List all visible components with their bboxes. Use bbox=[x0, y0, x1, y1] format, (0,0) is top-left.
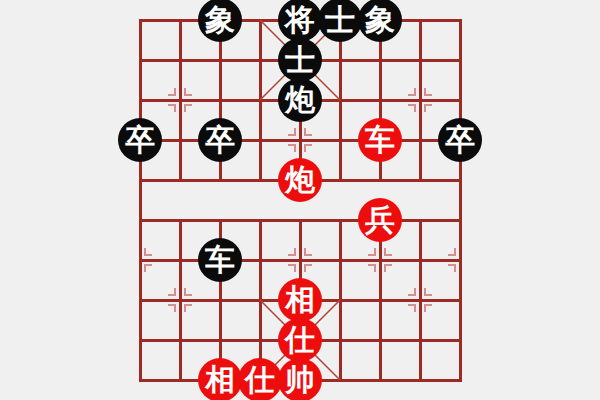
black-elephant-2[interactable]: 象 bbox=[358, 0, 402, 42]
black-chariot[interactable]: 车 bbox=[198, 238, 242, 282]
point-marker bbox=[368, 248, 376, 256]
point-marker bbox=[168, 104, 176, 112]
red-advisor-2[interactable]: 仕 bbox=[238, 358, 282, 400]
point-marker bbox=[424, 104, 432, 112]
point-marker bbox=[368, 264, 376, 272]
point-marker bbox=[448, 264, 456, 272]
point-marker bbox=[168, 304, 176, 312]
black-advisor-1[interactable]: 士 bbox=[318, 0, 362, 42]
red-cannon[interactable]: 炮 bbox=[278, 158, 322, 202]
point-marker bbox=[144, 264, 152, 272]
point-marker bbox=[408, 304, 416, 312]
red-general[interactable]: 帅 bbox=[278, 358, 322, 400]
black-elephant-1[interactable]: 象 bbox=[198, 0, 242, 42]
point-marker bbox=[408, 88, 416, 96]
black-general[interactable]: 将 bbox=[278, 0, 322, 42]
point-marker bbox=[144, 248, 152, 256]
point-marker bbox=[384, 264, 392, 272]
xiangqi-screen: 象将士象士炮卒卒车卒炮兵车相仕相仕帅 bbox=[0, 0, 600, 400]
point-marker bbox=[408, 104, 416, 112]
point-marker bbox=[424, 304, 432, 312]
point-marker bbox=[184, 288, 192, 296]
point-marker bbox=[408, 288, 416, 296]
point-marker bbox=[288, 264, 296, 272]
black-soldier-3[interactable]: 卒 bbox=[438, 118, 482, 162]
black-soldier-2[interactable]: 卒 bbox=[198, 118, 242, 162]
point-marker bbox=[448, 248, 456, 256]
black-cannon[interactable]: 炮 bbox=[278, 78, 322, 122]
red-chariot[interactable]: 车 bbox=[358, 118, 402, 162]
point-marker bbox=[424, 88, 432, 96]
point-marker bbox=[288, 144, 296, 152]
point-marker bbox=[288, 128, 296, 136]
point-marker bbox=[304, 264, 312, 272]
point-marker bbox=[288, 248, 296, 256]
point-marker bbox=[184, 88, 192, 96]
red-advisor-1[interactable]: 仕 bbox=[278, 318, 322, 362]
point-marker bbox=[184, 304, 192, 312]
point-marker bbox=[304, 144, 312, 152]
point-marker bbox=[304, 248, 312, 256]
point-marker bbox=[168, 288, 176, 296]
point-marker bbox=[384, 248, 392, 256]
red-elephant-1[interactable]: 相 bbox=[278, 278, 322, 322]
xiangqi-board[interactable]: 象将士象士炮卒卒车卒炮兵车相仕相仕帅 bbox=[140, 20, 460, 380]
black-soldier-1[interactable]: 卒 bbox=[118, 118, 162, 162]
point-marker bbox=[168, 88, 176, 96]
red-elephant-2[interactable]: 相 bbox=[198, 358, 242, 400]
point-marker bbox=[424, 288, 432, 296]
black-advisor-2[interactable]: 士 bbox=[278, 38, 322, 82]
point-marker bbox=[304, 128, 312, 136]
red-soldier[interactable]: 兵 bbox=[358, 198, 402, 242]
point-marker bbox=[184, 104, 192, 112]
